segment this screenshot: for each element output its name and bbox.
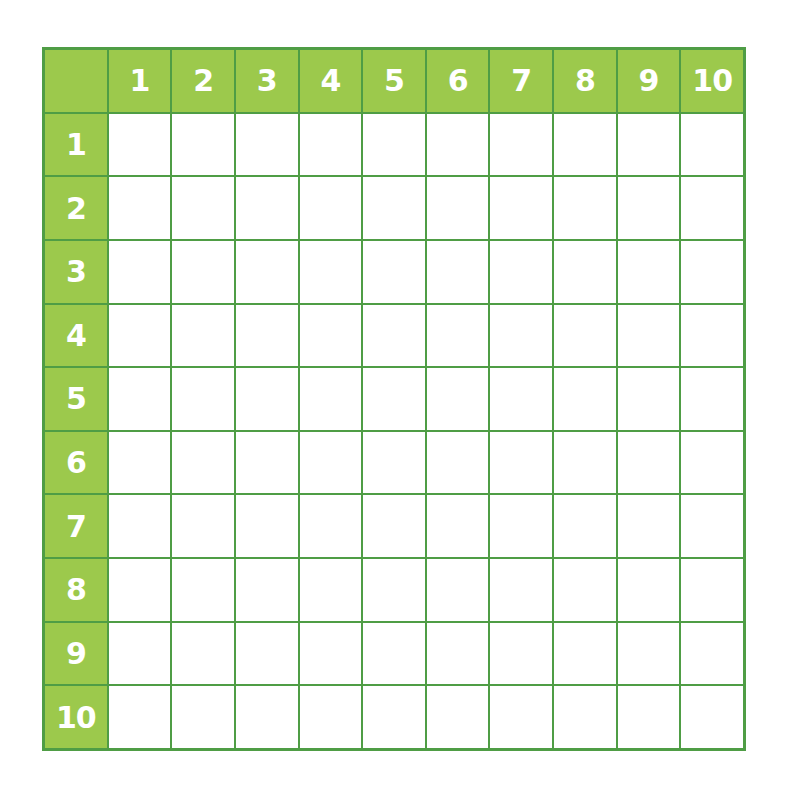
grid-cell-r2-c8 bbox=[554, 177, 616, 239]
grid-cell-r3-c4 bbox=[300, 241, 362, 303]
row-header-9: 9 bbox=[45, 623, 107, 685]
grid-cell-r4-c2 bbox=[172, 305, 234, 367]
grid-cell-r4-c8 bbox=[554, 305, 616, 367]
grid-cell-r9-c4 bbox=[300, 623, 362, 685]
grid-cell-r4-c3 bbox=[236, 305, 298, 367]
grid-cell-r10-c5 bbox=[363, 686, 425, 748]
grid-cell-r9-c6 bbox=[427, 623, 489, 685]
grid-cell-r7-c4 bbox=[300, 495, 362, 557]
grid-cell-r7-c5 bbox=[363, 495, 425, 557]
grid-cell-r9-c5 bbox=[363, 623, 425, 685]
grid-cell-r1-c5 bbox=[363, 114, 425, 176]
grid-cell-r3-c2 bbox=[172, 241, 234, 303]
grid-cell-r5-c6 bbox=[427, 368, 489, 430]
column-header-6: 6 bbox=[427, 50, 489, 112]
grid-cell-r3-c3 bbox=[236, 241, 298, 303]
grid-cell-r9-c9 bbox=[618, 623, 680, 685]
grid-cell-r10-c6 bbox=[427, 686, 489, 748]
grid-cell-r2-c3 bbox=[236, 177, 298, 239]
grid-cell-r2-c9 bbox=[618, 177, 680, 239]
grid-cell-r9-c3 bbox=[236, 623, 298, 685]
grid-cell-r1-c3 bbox=[236, 114, 298, 176]
grid-cell-r7-c10 bbox=[681, 495, 743, 557]
grid-cell-r3-c1 bbox=[109, 241, 171, 303]
grid-cell-r3-c8 bbox=[554, 241, 616, 303]
grid-cell-r2-c6 bbox=[427, 177, 489, 239]
grid-cell-r3-c9 bbox=[618, 241, 680, 303]
column-header-9: 9 bbox=[618, 50, 680, 112]
grid-cell-r10-c10 bbox=[681, 686, 743, 748]
grid-cell-r4-c6 bbox=[427, 305, 489, 367]
grid-cell-r7-c7 bbox=[490, 495, 552, 557]
grid-cell-r1-c10 bbox=[681, 114, 743, 176]
column-header-7: 7 bbox=[490, 50, 552, 112]
grid-cell-r7-c9 bbox=[618, 495, 680, 557]
grid-cell-r5-c9 bbox=[618, 368, 680, 430]
row-header-4: 4 bbox=[45, 305, 107, 367]
row-header-7: 7 bbox=[45, 495, 107, 557]
grid-cell-r1-c8 bbox=[554, 114, 616, 176]
column-header-10: 10 bbox=[681, 50, 743, 112]
grid-cell-r10-c4 bbox=[300, 686, 362, 748]
grid-cell-r8-c8 bbox=[554, 559, 616, 621]
grid-cell-r9-c7 bbox=[490, 623, 552, 685]
grid-cell-r6-c9 bbox=[618, 432, 680, 494]
row-header-1: 1 bbox=[45, 114, 107, 176]
column-header-4: 4 bbox=[300, 50, 362, 112]
grid-cell-r2-c10 bbox=[681, 177, 743, 239]
grid-cell-r4-c9 bbox=[618, 305, 680, 367]
row-header-6: 6 bbox=[45, 432, 107, 494]
grid-cell-r9-c1 bbox=[109, 623, 171, 685]
grid-cell-r8-c7 bbox=[490, 559, 552, 621]
grid-cell-r2-c1 bbox=[109, 177, 171, 239]
corner-cell bbox=[45, 50, 107, 112]
grid-cell-r8-c2 bbox=[172, 559, 234, 621]
row-header-10: 10 bbox=[45, 686, 107, 748]
grid-cell-r5-c5 bbox=[363, 368, 425, 430]
grid-cell-r6-c6 bbox=[427, 432, 489, 494]
grid-cell-r4-c7 bbox=[490, 305, 552, 367]
multiplication-table-grid: 1234567891012345678910 bbox=[42, 47, 746, 751]
worksheet-page: 1234567891012345678910 bbox=[0, 0, 800, 799]
grid-cell-r1-c4 bbox=[300, 114, 362, 176]
row-header-5: 5 bbox=[45, 368, 107, 430]
grid-cell-r8-c6 bbox=[427, 559, 489, 621]
row-header-3: 3 bbox=[45, 241, 107, 303]
grid-cell-r8-c4 bbox=[300, 559, 362, 621]
grid-cell-r4-c1 bbox=[109, 305, 171, 367]
grid-cell-r3-c5 bbox=[363, 241, 425, 303]
grid-cell-r6-c1 bbox=[109, 432, 171, 494]
grid-cell-r7-c1 bbox=[109, 495, 171, 557]
grid-cell-r9-c2 bbox=[172, 623, 234, 685]
grid-cell-r10-c7 bbox=[490, 686, 552, 748]
column-header-3: 3 bbox=[236, 50, 298, 112]
grid-cell-r4-c5 bbox=[363, 305, 425, 367]
grid-cell-r4-c10 bbox=[681, 305, 743, 367]
grid-cell-r2-c7 bbox=[490, 177, 552, 239]
grid-cell-r5-c10 bbox=[681, 368, 743, 430]
row-header-8: 8 bbox=[45, 559, 107, 621]
grid-cell-r6-c3 bbox=[236, 432, 298, 494]
grid-cell-r2-c5 bbox=[363, 177, 425, 239]
grid-cell-r5-c3 bbox=[236, 368, 298, 430]
grid-cell-r1-c1 bbox=[109, 114, 171, 176]
grid-cell-r5-c7 bbox=[490, 368, 552, 430]
grid-cell-r3-c7 bbox=[490, 241, 552, 303]
grid-cell-r3-c6 bbox=[427, 241, 489, 303]
grid-cell-r1-c7 bbox=[490, 114, 552, 176]
grid-cell-r7-c3 bbox=[236, 495, 298, 557]
grid-cell-r5-c8 bbox=[554, 368, 616, 430]
grid-cell-r10-c2 bbox=[172, 686, 234, 748]
grid-cell-r1-c9 bbox=[618, 114, 680, 176]
column-header-2: 2 bbox=[172, 50, 234, 112]
grid-cell-r10-c1 bbox=[109, 686, 171, 748]
grid-cell-r6-c2 bbox=[172, 432, 234, 494]
grid-cell-r6-c10 bbox=[681, 432, 743, 494]
grid-cell-r6-c4 bbox=[300, 432, 362, 494]
row-header-2: 2 bbox=[45, 177, 107, 239]
grid-cell-r10-c8 bbox=[554, 686, 616, 748]
grid-cell-r5-c4 bbox=[300, 368, 362, 430]
grid-cell-r9-c8 bbox=[554, 623, 616, 685]
grid-cell-r8-c5 bbox=[363, 559, 425, 621]
grid-cell-r8-c1 bbox=[109, 559, 171, 621]
grid-cell-r10-c9 bbox=[618, 686, 680, 748]
grid-cell-r1-c2 bbox=[172, 114, 234, 176]
grid-cell-r8-c10 bbox=[681, 559, 743, 621]
grid-cell-r4-c4 bbox=[300, 305, 362, 367]
column-header-5: 5 bbox=[363, 50, 425, 112]
grid-cell-r1-c6 bbox=[427, 114, 489, 176]
grid-cell-r10-c3 bbox=[236, 686, 298, 748]
grid-cell-r7-c8 bbox=[554, 495, 616, 557]
grid-cell-r6-c7 bbox=[490, 432, 552, 494]
grid-cell-r5-c2 bbox=[172, 368, 234, 430]
grid-cell-r6-c5 bbox=[363, 432, 425, 494]
grid-cell-r3-c10 bbox=[681, 241, 743, 303]
grid-cell-r8-c3 bbox=[236, 559, 298, 621]
grid-cell-r8-c9 bbox=[618, 559, 680, 621]
grid-cell-r7-c6 bbox=[427, 495, 489, 557]
grid-cell-r5-c1 bbox=[109, 368, 171, 430]
column-header-1: 1 bbox=[109, 50, 171, 112]
grid-cell-r6-c8 bbox=[554, 432, 616, 494]
grid-cell-r2-c2 bbox=[172, 177, 234, 239]
grid-cell-r9-c10 bbox=[681, 623, 743, 685]
grid-cell-r2-c4 bbox=[300, 177, 362, 239]
grid-cell-r7-c2 bbox=[172, 495, 234, 557]
column-header-8: 8 bbox=[554, 50, 616, 112]
